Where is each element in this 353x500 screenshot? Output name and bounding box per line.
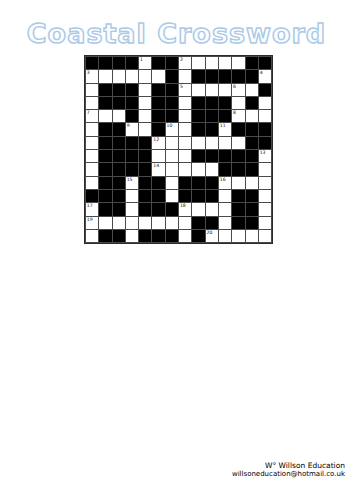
letter-cell[interactable]: 1 <box>139 57 151 69</box>
block-cell <box>206 110 218 122</box>
letter-cell[interactable]: 2 <box>179 57 191 69</box>
footer-credit: W° Willson Education willsoneducation@ho… <box>232 461 345 478</box>
letter-cell[interactable] <box>126 203 138 215</box>
letter-cell[interactable]: 11 <box>219 123 231 135</box>
letter-cell[interactable] <box>113 70 125 82</box>
block-cell <box>246 137 258 149</box>
clue-number: 19 <box>87 217 93 222</box>
block-cell <box>246 70 258 82</box>
letter-cell[interactable] <box>99 217 111 229</box>
letter-cell[interactable] <box>246 230 258 242</box>
letter-cell[interactable] <box>206 137 218 149</box>
block-cell <box>166 97 178 109</box>
letter-cell[interactable] <box>166 177 178 189</box>
block-cell <box>219 150 231 162</box>
letter-cell[interactable] <box>139 70 151 82</box>
clue-number: 1 <box>140 57 143 62</box>
block-cell <box>152 190 164 202</box>
clue-number: 12 <box>153 137 159 142</box>
letter-cell[interactable]: 3 <box>86 70 98 82</box>
letter-cell[interactable] <box>219 190 231 202</box>
block-cell <box>126 110 138 122</box>
clue-number: 9 <box>127 123 130 128</box>
clue-number: 18 <box>180 203 186 208</box>
letter-cell[interactable] <box>126 230 138 242</box>
block-cell <box>113 150 125 162</box>
block-cell <box>192 190 204 202</box>
block-cell <box>219 110 231 122</box>
letter-cell[interactable] <box>219 137 231 149</box>
letter-cell[interactable]: 19 <box>86 217 98 229</box>
block-cell <box>232 203 244 215</box>
letter-cell[interactable] <box>232 177 244 189</box>
letter-cell[interactable] <box>259 203 271 215</box>
letter-cell[interactable]: 12 <box>152 137 164 149</box>
letter-cell[interactable]: 10 <box>166 123 178 135</box>
letter-cell[interactable] <box>192 57 204 69</box>
letter-cell[interactable] <box>259 97 271 109</box>
block-cell <box>113 123 125 135</box>
letter-cell[interactable] <box>113 217 125 229</box>
letter-cell[interactable]: 15 <box>126 177 138 189</box>
block-cell <box>152 177 164 189</box>
letter-cell[interactable] <box>246 177 258 189</box>
crossword-grid: 1234567891011121314151617181920 <box>84 55 273 244</box>
letter-cell[interactable] <box>166 150 178 162</box>
letter-cell[interactable] <box>206 84 218 96</box>
letter-cell[interactable]: 16 <box>219 177 231 189</box>
letter-cell[interactable] <box>152 150 164 162</box>
letter-cell[interactable] <box>139 97 151 109</box>
block-cell <box>152 123 164 135</box>
letter-cell[interactable] <box>179 150 191 162</box>
clue-number: 11 <box>220 123 226 128</box>
clue-number: 15 <box>127 177 133 182</box>
letter-cell[interactable]: 6 <box>232 84 244 96</box>
block-cell <box>152 110 164 122</box>
letter-cell[interactable]: 9 <box>126 123 138 135</box>
block-cell <box>126 150 138 162</box>
block-cell <box>99 97 111 109</box>
block-cell <box>259 123 271 135</box>
block-cell <box>152 57 164 69</box>
block-cell <box>232 70 244 82</box>
block-cell <box>152 84 164 96</box>
letter-cell[interactable] <box>259 190 271 202</box>
block-cell <box>86 57 98 69</box>
block-cell <box>219 163 231 175</box>
block-cell <box>232 150 244 162</box>
letter-cell[interactable] <box>166 163 178 175</box>
block-cell <box>99 123 111 135</box>
letter-cell[interactable] <box>139 110 151 122</box>
letter-cell[interactable]: 8 <box>232 110 244 122</box>
letter-cell[interactable] <box>232 137 244 149</box>
block-cell <box>99 57 111 69</box>
block-cell <box>113 203 125 215</box>
letter-cell[interactable] <box>86 97 98 109</box>
letter-cell[interactable] <box>179 230 191 242</box>
letter-cell[interactable] <box>179 97 191 109</box>
block-cell <box>246 57 258 69</box>
letter-cell[interactable] <box>86 230 98 242</box>
block-cell <box>166 84 178 96</box>
letter-cell[interactable] <box>126 217 138 229</box>
block-cell <box>246 97 258 109</box>
block-cell <box>206 217 218 229</box>
block-cell <box>126 97 138 109</box>
letter-cell[interactable]: 4 <box>259 70 271 82</box>
letter-cell[interactable]: 17 <box>86 203 98 215</box>
block-cell <box>152 203 164 215</box>
block-cell <box>166 203 178 215</box>
letter-cell[interactable] <box>152 70 164 82</box>
block-cell <box>206 150 218 162</box>
block-cell <box>99 177 111 189</box>
letter-cell[interactable] <box>232 57 244 69</box>
clue-number: 13 <box>260 150 266 155</box>
block-cell <box>232 163 244 175</box>
clue-number: 17 <box>87 203 93 208</box>
block-cell <box>192 217 204 229</box>
letter-cell[interactable] <box>139 84 151 96</box>
footer-email[interactable]: willsoneducation@hotmail.co.uk <box>232 470 345 478</box>
block-cell <box>113 163 125 175</box>
letter-cell[interactable]: 13 <box>259 150 271 162</box>
letter-cell[interactable] <box>86 163 98 175</box>
block-cell <box>179 177 191 189</box>
letter-cell[interactable] <box>86 84 98 96</box>
letter-cell[interactable] <box>192 84 204 96</box>
letter-cell[interactable] <box>259 177 271 189</box>
letter-cell[interactable] <box>192 137 204 149</box>
letter-cell[interactable] <box>206 203 218 215</box>
block-cell <box>206 97 218 109</box>
clue-number: 2 <box>180 57 183 62</box>
block-cell <box>219 70 231 82</box>
block-cell <box>99 137 111 149</box>
block-cell <box>166 70 178 82</box>
letter-cell[interactable] <box>206 163 218 175</box>
block-cell <box>166 230 178 242</box>
block-cell <box>126 57 138 69</box>
clue-number: 7 <box>87 110 90 115</box>
block-cell <box>246 163 258 175</box>
block-cell <box>152 97 164 109</box>
block-cell <box>232 123 244 135</box>
block-cell <box>166 57 178 69</box>
letter-cell[interactable] <box>86 150 98 162</box>
block-cell <box>192 97 204 109</box>
letter-cell[interactable]: 20 <box>206 230 218 242</box>
block-cell <box>99 150 111 162</box>
footer-author: W° Willson Education <box>232 461 345 470</box>
letter-cell[interactable] <box>99 70 111 82</box>
block-cell <box>192 150 204 162</box>
block-cell <box>113 230 125 242</box>
letter-cell[interactable] <box>232 97 244 109</box>
letter-cell[interactable] <box>179 70 191 82</box>
clue-number: 20 <box>206 230 212 235</box>
block-cell <box>246 203 258 215</box>
letter-cell[interactable] <box>86 137 98 149</box>
block-cell <box>126 84 138 96</box>
letter-cell[interactable] <box>246 110 258 122</box>
block-cell <box>99 190 111 202</box>
block-cell <box>166 110 178 122</box>
block-cell <box>179 190 191 202</box>
block-cell <box>139 137 151 149</box>
block-cell <box>246 150 258 162</box>
block-cell <box>139 177 151 189</box>
letter-cell[interactable] <box>86 123 98 135</box>
block-cell <box>113 84 125 96</box>
block-cell <box>126 137 138 149</box>
letter-cell[interactable]: 5 <box>179 84 191 96</box>
block-cell <box>259 137 271 149</box>
clue-number: 4 <box>260 70 263 75</box>
clue-number: 3 <box>87 70 90 75</box>
block-cell <box>232 217 244 229</box>
block-cell <box>99 84 111 96</box>
letter-cell[interactable] <box>113 110 125 122</box>
block-cell <box>99 163 111 175</box>
letter-cell[interactable] <box>259 163 271 175</box>
letter-cell[interactable] <box>86 177 98 189</box>
letter-cell[interactable] <box>259 217 271 229</box>
block-cell <box>139 230 151 242</box>
block-cell <box>246 123 258 135</box>
block-cell <box>113 97 125 109</box>
block-cell <box>139 190 151 202</box>
block-cell <box>192 123 204 135</box>
block-cell <box>192 230 204 242</box>
letter-cell[interactable] <box>219 230 231 242</box>
letter-cell[interactable] <box>219 84 231 96</box>
block-cell <box>99 230 111 242</box>
page-title: Coastal Crossword <box>0 18 353 49</box>
letter-cell[interactable] <box>139 217 151 229</box>
block-cell <box>139 163 151 175</box>
block-cell <box>192 110 204 122</box>
block-cell <box>113 57 125 69</box>
block-cell <box>113 190 125 202</box>
block-cell <box>113 177 125 189</box>
block-cell <box>113 137 125 149</box>
letter-cell[interactable]: 7 <box>86 110 98 122</box>
letter-cell[interactable] <box>219 203 231 215</box>
block-cell <box>206 123 218 135</box>
block-cell <box>259 84 271 96</box>
letter-cell[interactable]: 14 <box>152 163 164 175</box>
block-cell <box>206 70 218 82</box>
letter-cell[interactable] <box>179 163 191 175</box>
letter-cell[interactable] <box>192 163 204 175</box>
block-cell <box>219 97 231 109</box>
clue-number: 14 <box>153 163 159 168</box>
block-cell <box>139 150 151 162</box>
block-cell <box>246 217 258 229</box>
clue-number: 6 <box>233 84 236 89</box>
block-cell <box>206 190 218 202</box>
letter-cell[interactable] <box>179 110 191 122</box>
letter-cell[interactable] <box>206 57 218 69</box>
letter-cell[interactable] <box>246 84 258 96</box>
block-cell <box>126 163 138 175</box>
letter-cell[interactable] <box>166 217 178 229</box>
letter-cell[interactable] <box>179 137 191 149</box>
block-cell <box>139 203 151 215</box>
letter-cell[interactable] <box>99 110 111 122</box>
letter-cell[interactable] <box>259 230 271 242</box>
letter-cell[interactable] <box>192 203 204 215</box>
block-cell <box>206 177 218 189</box>
block-cell <box>192 177 204 189</box>
letter-cell[interactable] <box>259 110 271 122</box>
clue-number: 8 <box>233 110 236 115</box>
block-cell <box>192 70 204 82</box>
letter-cell[interactable] <box>219 57 231 69</box>
block-cell <box>152 230 164 242</box>
clue-number: 5 <box>180 84 183 89</box>
block-cell <box>246 190 258 202</box>
letter-cell[interactable] <box>139 123 151 135</box>
clue-number: 16 <box>220 177 226 182</box>
block-cell <box>259 57 271 69</box>
clue-number: 10 <box>167 123 173 128</box>
letter-cell[interactable] <box>126 190 138 202</box>
letter-cell[interactable] <box>179 217 191 229</box>
letter-cell[interactable] <box>179 123 191 135</box>
letter-cell[interactable] <box>219 217 231 229</box>
block-cell <box>232 190 244 202</box>
letter-cell[interactable] <box>166 190 178 202</box>
block-cell <box>86 190 98 202</box>
block-cell <box>99 203 111 215</box>
letter-cell[interactable] <box>152 217 164 229</box>
letter-cell[interactable] <box>166 137 178 149</box>
letter-cell[interactable] <box>126 70 138 82</box>
letter-cell[interactable]: 18 <box>179 203 191 215</box>
letter-cell[interactable] <box>232 230 244 242</box>
